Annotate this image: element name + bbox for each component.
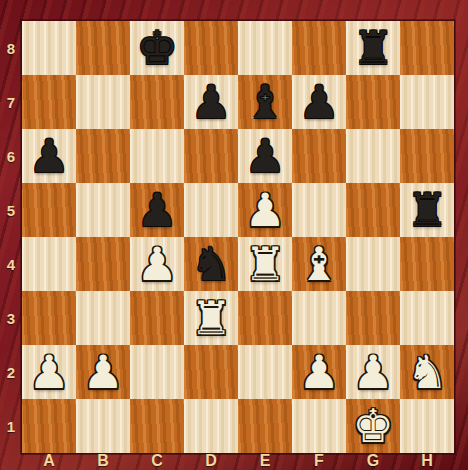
rank-label-8: 8 [0, 21, 22, 75]
piece-black-pawn[interactable]: ♟ [130, 183, 184, 237]
rank-label-1: 1 [0, 399, 22, 453]
square-g4[interactable] [346, 237, 400, 291]
square-h3[interactable] [400, 291, 454, 345]
square-c4[interactable]: ♟ [130, 237, 184, 291]
piece-black-pawn[interactable]: ♟ [22, 129, 76, 183]
square-e4[interactable]: ♜ [238, 237, 292, 291]
file-label-f: F [292, 452, 346, 470]
rank-label-4: 4 [0, 237, 22, 291]
square-g7[interactable] [346, 75, 400, 129]
square-b3[interactable] [76, 291, 130, 345]
chess-board-frame: 87654321 ♚♜♟♝♟♟♟♟♟♜♟♞♜♝♜♟♟♟♟♞♚ ABCDEFGH [0, 0, 468, 470]
square-b4[interactable] [76, 237, 130, 291]
square-a4[interactable] [22, 237, 76, 291]
square-g2[interactable]: ♟ [346, 345, 400, 399]
piece-white-pawn[interactable]: ♟ [346, 345, 400, 399]
file-label-c: C [130, 452, 184, 470]
piece-black-knight[interactable]: ♞ [184, 237, 238, 291]
square-f1[interactable] [292, 399, 346, 453]
piece-white-bishop[interactable]: ♝ [292, 237, 346, 291]
square-c8[interactable]: ♚ [130, 21, 184, 75]
square-f5[interactable] [292, 183, 346, 237]
piece-white-pawn[interactable]: ♟ [238, 183, 292, 237]
piece-white-pawn[interactable]: ♟ [292, 345, 346, 399]
rank-labels: 87654321 [0, 21, 22, 453]
piece-black-rook[interactable]: ♜ [400, 183, 454, 237]
square-g6[interactable] [346, 129, 400, 183]
square-e7[interactable]: ♝ [238, 75, 292, 129]
square-h2[interactable]: ♞ [400, 345, 454, 399]
piece-white-rook[interactable]: ♜ [184, 291, 238, 345]
square-a1[interactable] [22, 399, 76, 453]
square-d6[interactable] [184, 129, 238, 183]
file-label-b: B [76, 452, 130, 470]
piece-black-rook[interactable]: ♜ [346, 21, 400, 75]
square-c2[interactable] [130, 345, 184, 399]
square-a2[interactable]: ♟ [22, 345, 76, 399]
rank-label-3: 3 [0, 291, 22, 345]
square-d4[interactable]: ♞ [184, 237, 238, 291]
file-label-d: D [184, 452, 238, 470]
square-f6[interactable] [292, 129, 346, 183]
square-a3[interactable] [22, 291, 76, 345]
square-h1[interactable] [400, 399, 454, 453]
rank-label-6: 6 [0, 129, 22, 183]
square-d8[interactable] [184, 21, 238, 75]
square-d3[interactable]: ♜ [184, 291, 238, 345]
square-f8[interactable] [292, 21, 346, 75]
square-f3[interactable] [292, 291, 346, 345]
square-f4[interactable]: ♝ [292, 237, 346, 291]
square-a5[interactable] [22, 183, 76, 237]
square-h6[interactable] [400, 129, 454, 183]
square-e3[interactable] [238, 291, 292, 345]
square-g3[interactable] [346, 291, 400, 345]
square-c6[interactable] [130, 129, 184, 183]
board: ♚♜♟♝♟♟♟♟♟♜♟♞♜♝♜♟♟♟♟♞♚ [22, 21, 454, 453]
rank-label-7: 7 [0, 75, 22, 129]
square-h5[interactable]: ♜ [400, 183, 454, 237]
piece-white-rook[interactable]: ♜ [238, 237, 292, 291]
square-b5[interactable] [76, 183, 130, 237]
square-e8[interactable] [238, 21, 292, 75]
file-labels: ABCDEFGH [22, 452, 454, 470]
square-g5[interactable] [346, 183, 400, 237]
square-g8[interactable]: ♜ [346, 21, 400, 75]
piece-black-pawn[interactable]: ♟ [184, 75, 238, 129]
square-b2[interactable]: ♟ [76, 345, 130, 399]
piece-white-pawn[interactable]: ♟ [22, 345, 76, 399]
file-label-h: H [400, 452, 454, 470]
square-f2[interactable]: ♟ [292, 345, 346, 399]
file-label-e: E [238, 452, 292, 470]
file-label-a: A [22, 452, 76, 470]
square-b1[interactable] [76, 399, 130, 453]
square-h7[interactable] [400, 75, 454, 129]
square-d1[interactable] [184, 399, 238, 453]
square-a7[interactable] [22, 75, 76, 129]
piece-black-pawn[interactable]: ♟ [238, 129, 292, 183]
square-f7[interactable]: ♟ [292, 75, 346, 129]
square-c1[interactable] [130, 399, 184, 453]
square-b6[interactable] [76, 129, 130, 183]
square-d2[interactable] [184, 345, 238, 399]
piece-white-pawn[interactable]: ♟ [130, 237, 184, 291]
square-e1[interactable] [238, 399, 292, 453]
rank-label-5: 5 [0, 183, 22, 237]
square-d7[interactable]: ♟ [184, 75, 238, 129]
square-h8[interactable] [400, 21, 454, 75]
piece-black-bishop[interactable]: ♝ [238, 75, 292, 129]
square-b7[interactable] [76, 75, 130, 129]
square-e6[interactable]: ♟ [238, 129, 292, 183]
square-c5[interactable]: ♟ [130, 183, 184, 237]
square-a8[interactable] [22, 21, 76, 75]
piece-white-king[interactable]: ♚ [346, 399, 400, 453]
square-d5[interactable] [184, 183, 238, 237]
piece-black-king[interactable]: ♚ [130, 21, 184, 75]
square-e5[interactable]: ♟ [238, 183, 292, 237]
piece-black-pawn[interactable]: ♟ [292, 75, 346, 129]
square-a6[interactable]: ♟ [22, 129, 76, 183]
piece-white-pawn[interactable]: ♟ [76, 345, 130, 399]
square-c3[interactable] [130, 291, 184, 345]
square-e2[interactable] [238, 345, 292, 399]
piece-white-knight[interactable]: ♞ [400, 345, 454, 399]
file-label-g: G [346, 452, 400, 470]
square-h4[interactable] [400, 237, 454, 291]
square-g1[interactable]: ♚ [346, 399, 400, 453]
rank-label-2: 2 [0, 345, 22, 399]
square-c7[interactable] [130, 75, 184, 129]
square-b8[interactable] [76, 21, 130, 75]
